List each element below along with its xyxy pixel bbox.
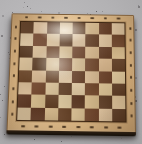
square-c7[interactable] — [46, 34, 59, 46]
speckle — [121, 138, 122, 139]
square-d6[interactable] — [59, 46, 72, 58]
speckle — [0, 117, 1, 118]
square-c1[interactable] — [44, 108, 58, 121]
speckle — [2, 100, 3, 101]
speckle — [24, 2, 25, 3]
speckle — [61, 141, 62, 142]
square-h2[interactable] — [112, 96, 126, 109]
square-e1[interactable] — [71, 108, 85, 121]
coordinate-mark — [12, 87, 14, 90]
square-h3[interactable] — [112, 83, 125, 96]
square-c6[interactable] — [46, 46, 59, 58]
square-e2[interactable] — [72, 95, 86, 108]
photo-scene — [0, 0, 142, 144]
coordinate-mark — [76, 126, 80, 128]
square-d3[interactable] — [58, 83, 72, 96]
coordinate-mark — [35, 125, 39, 127]
square-d5[interactable] — [59, 58, 72, 70]
speckle — [30, 8, 31, 9]
square-a8[interactable] — [21, 22, 34, 34]
chess-board — [6, 13, 135, 133]
coordinate-mark — [11, 113, 13, 116]
square-f3[interactable] — [85, 83, 98, 96]
square-d7[interactable] — [59, 34, 72, 46]
square-a4[interactable] — [19, 70, 33, 83]
coordinate-mark — [38, 17, 41, 19]
coordinate-mark — [130, 89, 132, 92]
square-a7[interactable] — [20, 34, 33, 46]
coordinate-mark — [129, 39, 131, 42]
square-e8[interactable] — [73, 23, 86, 35]
square-b3[interactable] — [32, 82, 46, 95]
coordinate-mark — [13, 62, 15, 65]
square-e6[interactable] — [72, 46, 85, 58]
board-grid — [16, 21, 126, 123]
speckle — [135, 77, 137, 79]
square-d2[interactable] — [58, 95, 72, 108]
coordinate-mark — [25, 16, 28, 18]
square-h4[interactable] — [112, 71, 125, 84]
square-e7[interactable] — [72, 34, 85, 46]
speckle — [0, 94, 1, 95]
coordinate-mark — [62, 126, 66, 128]
square-h1[interactable] — [112, 109, 126, 122]
square-c3[interactable] — [45, 82, 59, 95]
square-f6[interactable] — [85, 46, 98, 58]
square-g7[interactable] — [99, 35, 112, 47]
square-e4[interactable] — [72, 71, 85, 84]
square-g5[interactable] — [99, 59, 112, 71]
square-a3[interactable] — [18, 82, 32, 95]
square-h6[interactable] — [112, 47, 125, 59]
coordinate-mark — [130, 76, 132, 79]
square-d1[interactable] — [58, 108, 72, 121]
square-g8[interactable] — [99, 23, 112, 35]
square-d4[interactable] — [59, 70, 72, 83]
coordinate-mark — [21, 125, 25, 127]
square-g4[interactable] — [98, 71, 111, 84]
square-f2[interactable] — [85, 96, 98, 109]
speckle — [4, 86, 5, 87]
square-f5[interactable] — [85, 59, 98, 71]
square-c5[interactable] — [46, 58, 59, 70]
speckle — [27, 6, 28, 7]
coordinate-mark — [129, 64, 131, 67]
coordinate-mark — [51, 17, 54, 19]
square-b7[interactable] — [33, 34, 46, 46]
coordinate-mark — [130, 102, 132, 105]
square-b1[interactable] — [31, 107, 45, 120]
coordinate-mark — [130, 114, 132, 117]
coordinate-mark — [118, 127, 122, 129]
square-c2[interactable] — [45, 95, 59, 108]
square-f7[interactable] — [85, 35, 98, 47]
coordinate-mark — [15, 25, 17, 28]
square-a6[interactable] — [20, 46, 34, 58]
square-b6[interactable] — [33, 46, 46, 58]
coordinate-mark — [129, 51, 131, 54]
coordinate-mark — [48, 126, 52, 128]
square-h8[interactable] — [112, 23, 125, 35]
square-g1[interactable] — [98, 108, 112, 121]
coordinate-mark — [104, 18, 107, 20]
speckle — [96, 11, 97, 12]
speckle — [135, 29, 137, 31]
speckle — [8, 52, 9, 53]
speckle — [71, 136, 72, 137]
square-b5[interactable] — [32, 58, 46, 70]
square-a2[interactable] — [18, 95, 32, 108]
speckle — [34, 139, 35, 140]
square-f1[interactable] — [85, 108, 99, 121]
square-h7[interactable] — [112, 35, 125, 47]
speckle — [138, 6, 140, 8]
square-e3[interactable] — [72, 83, 85, 96]
square-b4[interactable] — [32, 70, 46, 83]
square-e5[interactable] — [72, 58, 85, 70]
speckle — [1, 35, 3, 37]
speckle — [2, 15, 4, 17]
square-c8[interactable] — [47, 22, 60, 34]
square-b8[interactable] — [34, 22, 47, 34]
coordinate-mark — [64, 17, 67, 19]
square-h5[interactable] — [112, 59, 125, 71]
speckle — [23, 7, 24, 8]
coordinate-mark — [91, 17, 94, 19]
speckle — [41, 11, 42, 12]
square-a5[interactable] — [19, 58, 33, 70]
speckle — [102, 11, 103, 12]
square-g2[interactable] — [98, 96, 111, 109]
square-f8[interactable] — [86, 23, 99, 35]
coordinate-mark — [90, 126, 94, 128]
coordinate-mark — [104, 126, 108, 128]
coordinate-mark — [117, 18, 120, 20]
coordinate-mark — [14, 37, 16, 40]
coordinate-mark — [12, 74, 14, 77]
square-c4[interactable] — [45, 70, 59, 83]
coordinate-mark — [77, 17, 80, 19]
square-g6[interactable] — [99, 47, 112, 59]
coordinate-mark — [11, 100, 13, 103]
square-b2[interactable] — [31, 95, 45, 108]
speckle — [4, 134, 5, 135]
square-g3[interactable] — [98, 83, 111, 96]
square-f4[interactable] — [85, 71, 98, 84]
square-a1[interactable] — [17, 107, 31, 120]
square-d8[interactable] — [60, 22, 73, 34]
coordinate-mark — [13, 50, 15, 53]
coordinate-marks — [13, 14, 134, 16]
coordinate-mark — [129, 27, 131, 30]
